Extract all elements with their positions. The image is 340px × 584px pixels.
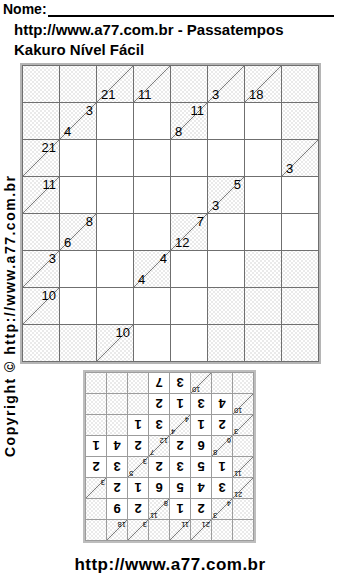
solution-digit: 1 bbox=[128, 478, 148, 498]
block-cell-r0c7 bbox=[86, 520, 106, 540]
solution-digit: 6 bbox=[149, 478, 169, 498]
solution-digit: 5 bbox=[191, 457, 211, 477]
clue-cell-r7c2: 10 bbox=[97, 325, 133, 361]
down-clue: 3 bbox=[101, 478, 105, 486]
block-cell-r7c6 bbox=[245, 325, 281, 361]
down-clue: 3 bbox=[143, 520, 147, 528]
across-clue: 4 bbox=[160, 252, 167, 265]
across-clue: 8 bbox=[86, 215, 93, 228]
across-clue: 5 bbox=[234, 178, 241, 191]
block-cell-r0c7 bbox=[282, 66, 318, 102]
copyright-vertical-text: Copyright © http://www.a77.com.br bbox=[2, 174, 18, 457]
clue-cell-r4c4: 712 bbox=[149, 436, 169, 456]
clue-cell-r0c5: 3 bbox=[208, 66, 244, 102]
entry-cell-r4c7[interactable] bbox=[282, 214, 318, 250]
block-cell-r7c1 bbox=[212, 373, 232, 393]
entry-cell-r3c1: 1 bbox=[212, 457, 232, 477]
clue-cell-r0c3: 11 bbox=[134, 66, 170, 102]
block-cell-r0c1 bbox=[212, 520, 232, 540]
solution-digit: 7 bbox=[149, 373, 169, 393]
clue-cell-r0c6: 18 bbox=[245, 66, 281, 102]
across-clue: 3 bbox=[86, 104, 93, 117]
entry-cell-r3c1[interactable] bbox=[60, 177, 96, 213]
entry-cell-r2c2: 4 bbox=[191, 478, 211, 498]
across-clue: 21 bbox=[42, 141, 56, 154]
solution-digit: 1 bbox=[212, 457, 232, 477]
entry-cell-r5c5[interactable] bbox=[208, 251, 244, 287]
entry-cell-r4c3: 2 bbox=[170, 436, 190, 456]
clue-cell-r1c4: 118 bbox=[149, 499, 169, 519]
down-clue: 6 bbox=[64, 236, 71, 249]
entry-cell-r2c3[interactable] bbox=[134, 140, 170, 176]
entry-cell-r3c2: 5 bbox=[191, 457, 211, 477]
block-cell-r0c0 bbox=[23, 66, 59, 102]
kakuro-puzzle-board: 2111318341182131153867123441010 bbox=[20, 63, 321, 364]
clue-cell-r7c2: 10 bbox=[191, 373, 211, 393]
entry-cell-r1c2[interactable] bbox=[97, 103, 133, 139]
clue-cell-r1c1: 34 bbox=[212, 499, 232, 519]
entry-cell-r1c3[interactable] bbox=[134, 103, 170, 139]
down-clue: 4 bbox=[64, 125, 71, 138]
clue-cell-r0c6: 18 bbox=[107, 520, 127, 540]
solution-digit: 3 bbox=[212, 478, 232, 498]
entry-cell-r3c7[interactable] bbox=[282, 177, 318, 213]
solution-digit: 1 bbox=[170, 499, 190, 519]
entry-cell-r6c4: 2 bbox=[149, 394, 169, 414]
entry-cell-r7c4: 7 bbox=[149, 373, 169, 393]
entry-cell-r5c1[interactable] bbox=[60, 251, 96, 287]
entry-cell-r4c2[interactable] bbox=[97, 214, 133, 250]
kakuro-solution-board-rotated: 2111318342111829213456123111532533286627… bbox=[83, 370, 256, 543]
solution-digit: 4 bbox=[191, 478, 211, 498]
name-blank-line bbox=[48, 1, 334, 17]
down-clue: 3 bbox=[212, 88, 219, 101]
block-cell-r7c1 bbox=[60, 325, 96, 361]
across-clue: 7 bbox=[197, 215, 204, 228]
entry-cell-r7c3[interactable] bbox=[134, 325, 170, 361]
down-clue: 11 bbox=[181, 520, 189, 528]
solution-digit: 3 bbox=[149, 415, 169, 435]
solution-digit: 2 bbox=[212, 415, 232, 435]
down-clue: 4 bbox=[227, 499, 231, 507]
entry-cell-r5c4: 3 bbox=[149, 415, 169, 435]
solution-digit: 1 bbox=[86, 436, 106, 456]
entry-cell-r6c1: 4 bbox=[212, 394, 232, 414]
entry-cell-r3c3: 3 bbox=[170, 457, 190, 477]
solution-digit: 1 bbox=[191, 415, 211, 435]
across-clue: 3 bbox=[234, 427, 238, 435]
block-cell-r7c0 bbox=[23, 325, 59, 361]
solution-digit: 2 bbox=[107, 478, 127, 498]
block-cell-r7c7 bbox=[282, 325, 318, 361]
block-cell-r6c5 bbox=[208, 288, 244, 324]
entry-cell-r1c6: 9 bbox=[107, 499, 127, 519]
block-cell-r6c6 bbox=[245, 288, 281, 324]
clue-cell-r0c3: 11 bbox=[170, 520, 190, 540]
entry-cell-r4c6: 4 bbox=[107, 436, 127, 456]
entry-cell-r2c1[interactable] bbox=[60, 140, 96, 176]
entry-cell-r4c6[interactable] bbox=[245, 214, 281, 250]
entry-cell-r2c4[interactable] bbox=[171, 140, 207, 176]
entry-cell-r7c4[interactable] bbox=[171, 325, 207, 361]
entry-cell-r4c2: 6 bbox=[191, 436, 211, 456]
entry-cell-r3c3[interactable] bbox=[134, 177, 170, 213]
entry-cell-r1c5: 2 bbox=[128, 499, 148, 519]
entry-cell-r3c6: 3 bbox=[107, 457, 127, 477]
block-cell-r5c7 bbox=[282, 251, 318, 287]
block-cell-r7c5 bbox=[128, 373, 148, 393]
clue-cell-r2c0: 21 bbox=[233, 478, 253, 498]
down-clue: 8 bbox=[164, 499, 168, 507]
entry-cell-r2c5[interactable] bbox=[208, 140, 244, 176]
solution-digit: 3 bbox=[191, 394, 211, 414]
across-clue: 21 bbox=[234, 490, 242, 498]
entry-cell-r6c2: 3 bbox=[191, 394, 211, 414]
solution-digit: 2 bbox=[86, 457, 106, 477]
block-cell-r4c0 bbox=[233, 436, 253, 456]
block-cell-r6c7 bbox=[86, 394, 106, 414]
entry-cell-r7c3: 3 bbox=[170, 373, 190, 393]
solution-digit: 1 bbox=[128, 415, 148, 435]
down-clue: 11 bbox=[138, 88, 152, 101]
clue-cell-r5c0: 3 bbox=[23, 251, 59, 287]
entry-cell-r2c2[interactable] bbox=[97, 140, 133, 176]
entry-cell-r6c4[interactable] bbox=[171, 288, 207, 324]
across-clue: 3 bbox=[49, 252, 56, 265]
down-clue: 3 bbox=[143, 457, 147, 465]
entry-cell-r3c4[interactable] bbox=[171, 177, 207, 213]
block-cell-r6c6 bbox=[107, 394, 127, 414]
clue-cell-r6c0: 10 bbox=[23, 288, 59, 324]
solution-digit: 1 bbox=[170, 394, 190, 414]
block-cell-r0c1 bbox=[60, 66, 96, 102]
down-clue: 8 bbox=[175, 125, 182, 138]
entry-cell-r4c7: 1 bbox=[86, 436, 106, 456]
solution-digit: 2 bbox=[149, 394, 169, 414]
entry-cell-r3c4: 2 bbox=[149, 457, 169, 477]
solution-digit: 2 bbox=[128, 499, 148, 519]
entry-cell-r3c6[interactable] bbox=[245, 177, 281, 213]
down-clue: 21 bbox=[202, 520, 210, 528]
clue-cell-r0c2: 21 bbox=[191, 520, 211, 540]
down-clue: 18 bbox=[118, 520, 126, 528]
down-clue: 4 bbox=[138, 273, 145, 286]
entry-cell-r1c6[interactable] bbox=[245, 103, 281, 139]
block-cell-r1c7 bbox=[282, 103, 318, 139]
solution-digit: 3 bbox=[170, 373, 190, 393]
block-cell-r4c0 bbox=[23, 214, 59, 250]
solution-digit: 2 bbox=[149, 457, 169, 477]
footer-url: http://www.a77.com.br bbox=[0, 555, 340, 575]
name-row: Nome: bbox=[3, 1, 334, 17]
down-clue: 18 bbox=[249, 88, 263, 101]
solution-digit: 4 bbox=[212, 394, 232, 414]
block-cell-r1c0 bbox=[23, 103, 59, 139]
clue-cell-r1c4: 118 bbox=[171, 103, 207, 139]
clue-cell-r1c1: 34 bbox=[60, 103, 96, 139]
entry-cell-r2c3: 5 bbox=[170, 478, 190, 498]
entry-cell-r6c2[interactable] bbox=[97, 288, 133, 324]
block-cell-r7c7 bbox=[86, 373, 106, 393]
block-cell-r6c5 bbox=[128, 394, 148, 414]
name-label: Nome: bbox=[3, 1, 47, 17]
entry-cell-r1c3: 1 bbox=[170, 499, 190, 519]
clue-cell-r4c4: 712 bbox=[171, 214, 207, 250]
block-cell-r0c4 bbox=[149, 520, 169, 540]
across-clue: 10 bbox=[192, 385, 200, 393]
entry-cell-r4c5: 2 bbox=[128, 436, 148, 456]
across-clue: 3 bbox=[213, 511, 217, 519]
clue-cell-r6c0: 10 bbox=[233, 394, 253, 414]
entry-cell-r1c2: 2 bbox=[191, 499, 211, 519]
across-clue: 11 bbox=[234, 469, 242, 477]
clue-cell-r2c0: 21 bbox=[23, 140, 59, 176]
across-clue: 10 bbox=[42, 289, 56, 302]
block-cell-r7c6 bbox=[107, 373, 127, 393]
across-clue: 5 bbox=[129, 469, 133, 477]
page-title: Kakuro Nível Fácil bbox=[14, 41, 144, 58]
block-cell-r0c4 bbox=[171, 66, 207, 102]
entry-cell-r5c5: 1 bbox=[128, 415, 148, 435]
down-clue: 4 bbox=[185, 415, 189, 423]
entry-cell-r4c5[interactable] bbox=[208, 214, 244, 250]
across-clue: 10 bbox=[234, 406, 242, 414]
clue-cell-r5c3: 44 bbox=[134, 251, 170, 287]
down-clue: 3 bbox=[286, 162, 293, 175]
entry-cell-r2c5: 1 bbox=[128, 478, 148, 498]
entry-cell-r5c2[interactable] bbox=[97, 251, 133, 287]
across-clue: 11 bbox=[150, 511, 158, 519]
solution-digit: 9 bbox=[107, 499, 127, 519]
clue-cell-r4c1: 86 bbox=[212, 436, 232, 456]
across-clue: 8 bbox=[213, 448, 217, 456]
kakuro-page: Nome: http://www.a77.com.br - Passatempo… bbox=[0, 0, 340, 584]
entry-cell-r4c3[interactable] bbox=[134, 214, 170, 250]
clue-cell-r0c5: 3 bbox=[128, 520, 148, 540]
block-cell-r5c7 bbox=[86, 415, 106, 435]
entry-cell-r5c2: 1 bbox=[191, 415, 211, 435]
entry-cell-r5c1: 2 bbox=[212, 415, 232, 435]
solution-digit: 2 bbox=[191, 499, 211, 519]
entry-cell-r1c5[interactable] bbox=[208, 103, 244, 139]
down-clue: 6 bbox=[227, 436, 231, 444]
clue-cell-r3c5: 53 bbox=[208, 177, 244, 213]
block-cell-r5c6 bbox=[245, 251, 281, 287]
block-cell-r7c0 bbox=[233, 373, 253, 393]
across-clue: 11 bbox=[43, 178, 57, 191]
entry-cell-r2c6: 2 bbox=[107, 478, 127, 498]
across-clue: 10 bbox=[116, 326, 130, 339]
entry-cell-r5c4[interactable] bbox=[171, 251, 207, 287]
entry-cell-r6c1[interactable] bbox=[60, 288, 96, 324]
clue-cell-r2c7: 3 bbox=[86, 478, 106, 498]
block-cell-r7c5 bbox=[208, 325, 244, 361]
across-clue: 11 bbox=[191, 104, 205, 117]
block-cell-r1c0 bbox=[233, 499, 253, 519]
clue-cell-r5c0: 3 bbox=[233, 415, 253, 435]
clue-cell-r3c0: 11 bbox=[23, 177, 59, 213]
clue-cell-r3c5: 53 bbox=[128, 457, 148, 477]
solution-digit: 5 bbox=[170, 478, 190, 498]
entry-cell-r6c3[interactable] bbox=[134, 288, 170, 324]
block-cell-r5c6 bbox=[107, 415, 127, 435]
down-clue: 3 bbox=[212, 199, 219, 212]
entry-cell-r3c2[interactable] bbox=[97, 177, 133, 213]
block-cell-r6c7 bbox=[282, 288, 318, 324]
down-clue: 12 bbox=[160, 436, 168, 444]
block-cell-r1c7 bbox=[86, 499, 106, 519]
clue-cell-r0c2: 21 bbox=[97, 66, 133, 102]
down-clue: 21 bbox=[101, 88, 115, 101]
site-header: http://www.a77.com.br - Passatempos bbox=[14, 21, 284, 38]
block-cell-r0c0 bbox=[233, 520, 253, 540]
clue-cell-r2c7: 3 bbox=[282, 140, 318, 176]
across-clue: 7 bbox=[150, 448, 154, 456]
entry-cell-r6c3: 1 bbox=[170, 394, 190, 414]
solution-digit: 2 bbox=[170, 436, 190, 456]
clue-cell-r5c3: 44 bbox=[170, 415, 190, 435]
entry-cell-r2c4: 6 bbox=[149, 478, 169, 498]
solution-digit: 2 bbox=[128, 436, 148, 456]
solution-digit: 4 bbox=[107, 436, 127, 456]
entry-cell-r3c7: 2 bbox=[86, 457, 106, 477]
clue-cell-r4c1: 86 bbox=[60, 214, 96, 250]
across-clue: 4 bbox=[171, 427, 175, 435]
down-clue: 12 bbox=[175, 236, 189, 249]
entry-cell-r2c1: 3 bbox=[212, 478, 232, 498]
entry-cell-r2c6[interactable] bbox=[245, 140, 281, 176]
solution-digit: 3 bbox=[107, 457, 127, 477]
clue-cell-r3c0: 11 bbox=[233, 457, 253, 477]
solution-digit: 6 bbox=[191, 436, 211, 456]
solution-digit: 3 bbox=[170, 457, 190, 477]
